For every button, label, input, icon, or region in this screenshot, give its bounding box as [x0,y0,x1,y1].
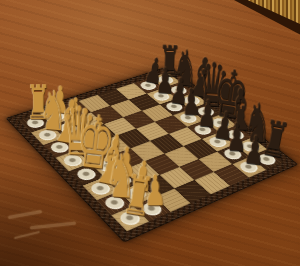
photo-scene: ♜♟♟♜♞♟♟♞♝♟♟♝♛♟♟♛♚♟♟♚♝♟♟♝♞♟♟♞♜♟♟♜ [0,0,300,266]
square-h7[interactable]: ♟ [232,157,266,178]
piece-white-rook[interactable]: ♜ [110,164,167,226]
perspective-wrapper: ♜♟♟♜♞♟♟♞♝♟♟♝♛♟♟♛♚♟♟♚♝♟♟♝♞♟♟♞♜♟♟♜ [0,0,300,266]
piece-black-pawn[interactable]: ♟ [235,129,275,172]
white-rook-icon: ♜ [120,166,157,225]
board-orientation-wrapper: ♜♟♟♜♞♟♟♞♝♟♟♝♛♟♟♛♚♟♟♚♝♟♟♝♞♟♟♞♜♟♟♜ [0,0,300,266]
black-pawn-icon: ♟ [242,130,267,171]
square-h1[interactable]: ♜ [111,206,148,231]
chess-board: ♜♟♟♜♞♟♟♞♝♟♟♝♛♟♟♛♚♟♟♚♝♟♟♝♞♟♟♞♜♟♟♜ [6,66,299,243]
